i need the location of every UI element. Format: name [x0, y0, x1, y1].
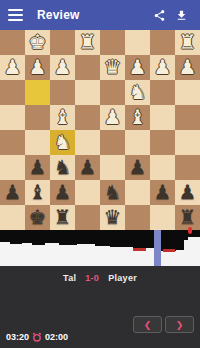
page-title: Review: [37, 8, 80, 22]
square-r2c2[interactable]: ♝: [25, 180, 50, 205]
square-r6c2[interactable]: [25, 80, 50, 105]
piece-wr: ♜: [75, 30, 100, 55]
eval-segment: [110, 230, 133, 247]
piece-bn: ♞: [100, 180, 125, 205]
eval-segment: [22, 230, 32, 243]
eval-segment: [77, 230, 95, 244]
eval-segment: [45, 230, 59, 243]
square-r7c2[interactable]: ♟: [25, 55, 50, 80]
game-result: 1-0: [85, 273, 99, 283]
square-r8c5[interactable]: [100, 30, 125, 55]
square-r3c6[interactable]: ♟: [125, 155, 150, 180]
square-r6c7[interactable]: [150, 80, 175, 105]
eval-segment: [10, 230, 22, 244]
square-r6c1[interactable]: [0, 80, 25, 105]
square-r3c5[interactable]: [100, 155, 125, 180]
square-r2c5[interactable]: ♞: [100, 180, 125, 205]
piece-wp: ♟: [50, 55, 75, 80]
square-r1c4[interactable]: [75, 205, 100, 230]
piece-wb: ♝: [50, 105, 75, 130]
eval-segment: [32, 230, 45, 245]
piece-wp: ♟: [25, 55, 50, 80]
piece-wp: ♟: [150, 55, 175, 80]
square-r5c6[interactable]: ♝: [125, 105, 150, 130]
square-r2c1[interactable]: ♟: [0, 180, 25, 205]
square-r3c3[interactable]: ♞: [50, 155, 75, 180]
piece-bp: ♟: [0, 180, 25, 205]
square-r4c4[interactable]: [75, 130, 100, 155]
download-icon[interactable]: [170, 4, 192, 26]
square-r5c1[interactable]: [0, 105, 25, 130]
square-r7c5[interactable]: ♛: [100, 55, 125, 80]
square-r7c8[interactable]: ♟: [175, 55, 200, 80]
square-r8c6[interactable]: [125, 30, 150, 55]
menu-icon[interactable]: [8, 9, 23, 21]
prev-move-button[interactable]: ❮: [133, 316, 162, 333]
chess-board[interactable]: ♚♜♜♟♟♟♛♟♟♟♞♝♟♝♞♟♞♟♟♟♝♟♞♟♟♚♜♛♜: [0, 30, 200, 230]
eval-segment: [176, 230, 184, 250]
piece-bp: ♟: [75, 155, 100, 180]
black-player-name: Player: [108, 273, 137, 283]
piece-wq: ♛: [100, 55, 125, 80]
square-r7c7[interactable]: ♟: [150, 55, 175, 80]
next-move-button[interactable]: ❯: [165, 316, 194, 333]
square-r6c3[interactable]: [50, 80, 75, 105]
square-r4c2[interactable]: [25, 130, 50, 155]
square-r8c1[interactable]: [0, 30, 25, 55]
square-r1c1[interactable]: [0, 205, 25, 230]
mistake-mark: [133, 248, 146, 251]
piece-br: ♜: [50, 205, 75, 230]
piece-bn: ♞: [50, 155, 75, 180]
square-r8c7[interactable]: [150, 30, 175, 55]
square-r4c8[interactable]: [175, 130, 200, 155]
eval-segment: [59, 230, 77, 245]
piece-wp: ♟: [0, 55, 25, 80]
square-r2c4[interactable]: [75, 180, 100, 205]
white-clock: 03:20: [6, 332, 29, 342]
clock-row: 03:20 02:00: [6, 332, 68, 342]
square-r5c8[interactable]: [175, 105, 200, 130]
eval-segment: [133, 230, 146, 250]
eval-segment: [146, 230, 154, 248]
square-r4c7[interactable]: [150, 130, 175, 155]
square-r5c7[interactable]: [150, 105, 175, 130]
piece-wp: ♟: [100, 105, 125, 130]
square-r2c6[interactable]: [125, 180, 150, 205]
piece-wp: ♟: [125, 55, 150, 80]
square-r1c6[interactable]: [125, 205, 150, 230]
square-r2c3[interactable]: ♟: [50, 180, 75, 205]
square-r3c2[interactable]: ♟: [25, 155, 50, 180]
square-r7c3[interactable]: ♟: [50, 55, 75, 80]
white-player-name: Tal: [63, 273, 76, 283]
square-r5c2[interactable]: [25, 105, 50, 130]
square-r2c8[interactable]: ♟: [175, 180, 200, 205]
piece-bp: ♟: [125, 155, 150, 180]
square-r6c8[interactable]: [175, 80, 200, 105]
eval-segment: [161, 230, 176, 251]
square-r3c1[interactable]: [0, 155, 25, 180]
piece-br: ♜: [175, 205, 200, 230]
square-r7c4[interactable]: [75, 55, 100, 80]
square-r1c2[interactable]: ♚: [25, 205, 50, 230]
piece-bq: ♛: [100, 205, 125, 230]
square-r7c1[interactable]: ♟: [0, 55, 25, 80]
piece-bp: ♟: [175, 180, 200, 205]
eval-segment: [0, 230, 10, 242]
square-r4c1[interactable]: [0, 130, 25, 155]
prev-chevron-icon: ❮: [144, 320, 152, 330]
square-r5c5[interactable]: ♟: [100, 105, 125, 130]
next-chevron-icon: ❯: [176, 320, 184, 330]
square-r4c6[interactable]: [125, 130, 150, 155]
clock-icon: [32, 332, 42, 342]
square-r6c4[interactable]: [75, 80, 100, 105]
square-r1c7[interactable]: [150, 205, 175, 230]
current-move-marker[interactable]: [154, 230, 161, 266]
piece-bb: ♝: [25, 180, 50, 205]
piece-bk: ♚: [25, 205, 50, 230]
eval-graph[interactable]: [0, 230, 200, 266]
square-r2c7[interactable]: ♟: [150, 180, 175, 205]
square-r8c3[interactable]: [50, 30, 75, 55]
piece-wn: ♞: [125, 80, 150, 105]
square-r4c5[interactable]: [100, 130, 125, 155]
piece-wr: ♜: [175, 30, 200, 55]
square-r6c5[interactable]: [100, 80, 125, 105]
black-clock: 02:00: [45, 332, 68, 342]
square-r5c4[interactable]: [75, 105, 100, 130]
game-result-row: Tal 1-0 Player: [0, 266, 200, 283]
eval-segment: [95, 230, 110, 246]
square-r3c8[interactable]: [175, 155, 200, 180]
square-r8c4[interactable]: ♜: [75, 30, 100, 55]
share-icon[interactable]: [148, 4, 170, 26]
square-r1c8[interactable]: ♜: [175, 205, 200, 230]
chess-review-app: Review ♚♜♜♟♟♟♛♟♟♟♞♝♟♝♞♟♞♟♟♟♝♟♞♟♟♚♜♛♜ Tal…: [0, 0, 200, 348]
blunder-dot: [188, 227, 192, 234]
square-r1c5[interactable]: ♛: [100, 205, 125, 230]
piece-wp: ♟: [175, 55, 200, 80]
square-r8c2[interactable]: ♚: [25, 30, 50, 55]
piece-bp: ♟: [25, 155, 50, 180]
square-r5c3[interactable]: ♝: [50, 105, 75, 130]
square-r8c8[interactable]: ♜: [175, 30, 200, 55]
square-r4c3[interactable]: ♞: [50, 130, 75, 155]
square-r3c7[interactable]: [150, 155, 175, 180]
square-r3c4[interactable]: ♟: [75, 155, 100, 180]
piece-wk: ♚: [25, 30, 50, 55]
app-bar: Review: [0, 0, 200, 30]
move-nav: ❮ ❯: [133, 316, 194, 333]
square-r7c6[interactable]: ♟: [125, 55, 150, 80]
mistake-mark: [163, 249, 175, 252]
square-r1c3[interactable]: ♜: [50, 205, 75, 230]
piece-wn: ♞: [50, 130, 75, 155]
piece-bp: ♟: [50, 180, 75, 205]
square-r6c6[interactable]: ♞: [125, 80, 150, 105]
review-panel: Tal 1-0 Player ❮ ❯ 03:20 02:00: [0, 266, 200, 348]
piece-wb: ♝: [125, 105, 150, 130]
piece-bp: ♟: [150, 180, 175, 205]
